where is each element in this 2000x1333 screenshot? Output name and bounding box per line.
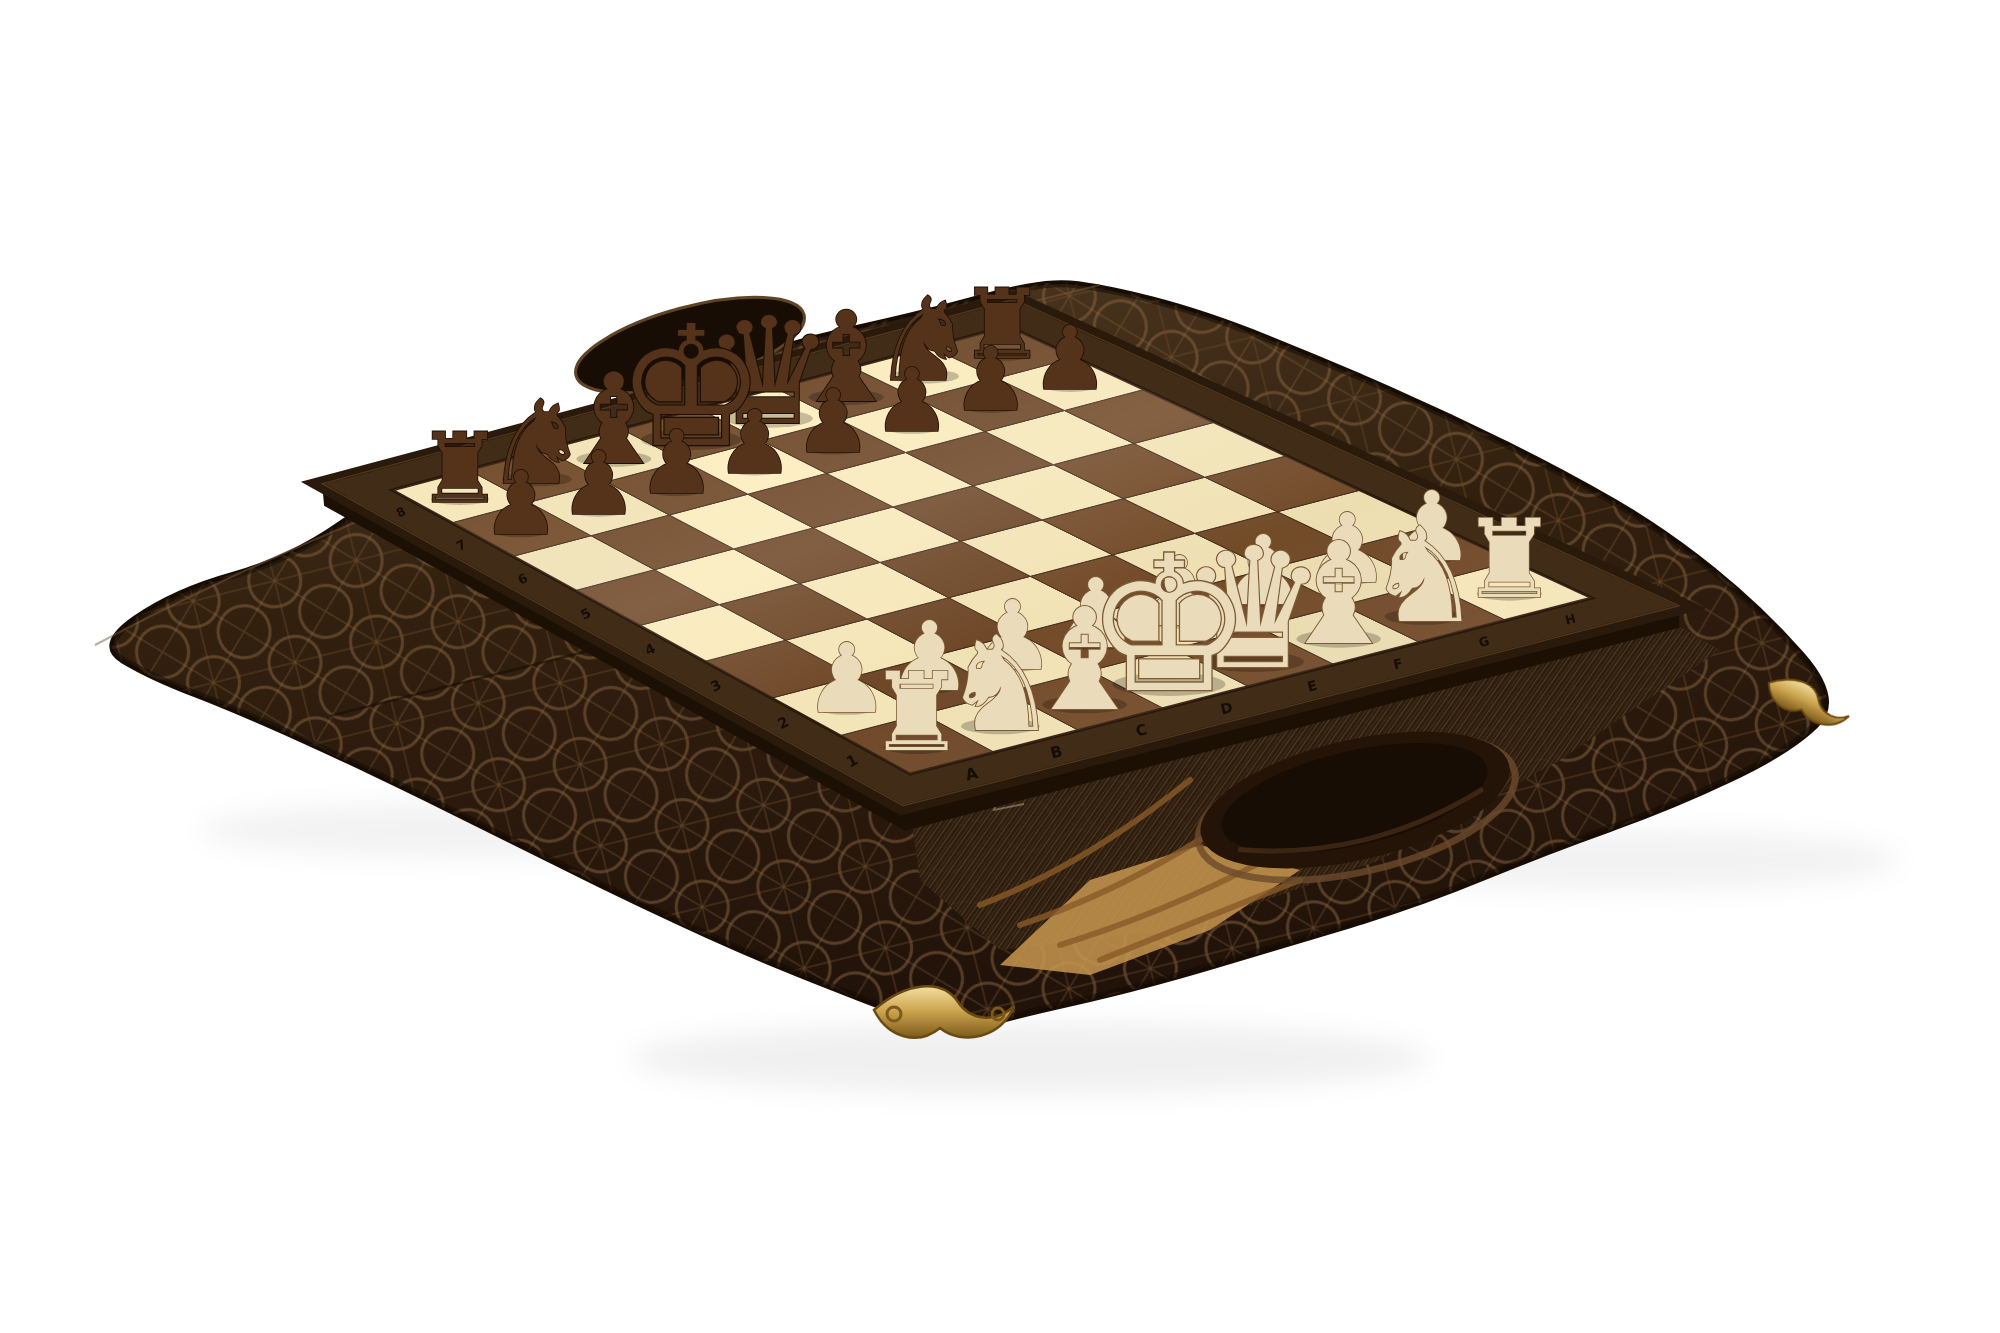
piece-black-pawn-a7: ♟ — [481, 452, 560, 555]
piece-black-pawn-d7: ♟ — [715, 391, 794, 494]
svg-text:♜: ♜ — [868, 649, 966, 776]
svg-text:♟: ♟ — [794, 370, 873, 473]
svg-text:♟: ♟ — [872, 349, 951, 452]
svg-text:♟: ♟ — [559, 432, 638, 535]
svg-text:♟: ♟ — [481, 452, 560, 555]
piece-black-pawn-c7: ♟ — [637, 411, 716, 514]
piece-black-pawn-b7: ♟ — [559, 432, 638, 535]
piece-black-pawn-e7: ♟ — [794, 370, 873, 473]
piece-black-pawn-g7: ♟ — [951, 328, 1030, 431]
product-photo: ABCDEFGH12345678♜♞♟♝♟♛♟♚♟♝♟♞♟♜♟♟♟♟♜♟♞♟♝♟… — [0, 0, 2000, 1333]
svg-text:♟: ♟ — [1030, 307, 1109, 410]
svg-text:♟: ♟ — [715, 391, 794, 494]
piece-white-rook-a1: ♜ — [868, 649, 966, 776]
svg-text:♟: ♟ — [637, 411, 716, 514]
piece-black-pawn-h7: ♟ — [1030, 307, 1109, 410]
chessboard-scene: ABCDEFGH12345678♜♞♟♝♟♛♟♚♟♝♟♞♟♜♟♟♟♟♜♟♞♟♝♟… — [0, 0, 2000, 1333]
svg-text:♟: ♟ — [951, 328, 1030, 431]
piece-black-pawn-f7: ♟ — [872, 349, 951, 452]
